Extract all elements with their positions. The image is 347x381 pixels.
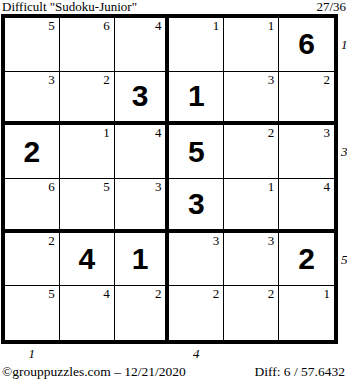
cell-r3c5[interactable]: 2 — [224, 125, 279, 179]
pencil-mark: 2 — [268, 126, 275, 139]
given-digit: 2 — [298, 244, 315, 274]
cell-r3c1[interactable]: 2 — [5, 125, 60, 179]
cells-remaining-counter: 27/36 — [316, 0, 346, 14]
given-digit: 5 — [188, 137, 205, 167]
cell-r1c1[interactable]: 5 — [5, 18, 60, 72]
cell-r4c1[interactable]: 6 — [5, 179, 60, 233]
pencil-mark: 2 — [323, 73, 330, 86]
cell-r2c2[interactable]: 2 — [60, 72, 115, 126]
cell-r3c4[interactable]: 5 — [169, 125, 224, 179]
cell-r6c2[interactable]: 4 — [60, 286, 115, 340]
pencil-mark: 6 — [103, 19, 110, 32]
cell-r5c1[interactable]: 2 — [5, 233, 60, 287]
pencil-mark: 1 — [268, 19, 275, 32]
pencil-mark: 2 — [268, 287, 275, 300]
pencil-mark: 5 — [103, 180, 110, 193]
cell-r4c4[interactable]: 3 — [169, 179, 224, 233]
given-digit: 1 — [132, 244, 149, 274]
pencil-mark: 2 — [155, 287, 162, 300]
given-digit: 3 — [132, 81, 149, 111]
cell-r2c6[interactable]: 2 — [279, 72, 334, 126]
given-digit: 2 — [24, 137, 41, 167]
pencil-mark: 2 — [213, 287, 220, 300]
pencil-mark: 3 — [155, 180, 162, 193]
pencil-mark: 3 — [213, 234, 220, 247]
cell-r5c6[interactable]: 2 — [279, 233, 334, 287]
cell-r5c5[interactable]: 3 — [224, 233, 279, 287]
given-digit: 1 — [188, 81, 205, 111]
cell-r2c1[interactable]: 3 — [5, 72, 60, 126]
pencil-mark: 4 — [323, 180, 330, 193]
pencil-mark: 4 — [155, 126, 162, 139]
given-digit: 6 — [298, 29, 315, 59]
cell-r6c4[interactable]: 2 — [169, 286, 224, 340]
cell-r3c2[interactable]: 1 — [60, 125, 115, 179]
cell-r6c1[interactable]: 5 — [5, 286, 60, 340]
cell-r5c3[interactable]: 1 — [115, 233, 170, 287]
col-label-1: 1 — [28, 347, 35, 360]
pencil-mark: 1 — [323, 287, 330, 300]
pencil-mark: 3 — [48, 73, 55, 86]
cell-r1c4[interactable]: 1 — [169, 18, 224, 72]
pencil-mark: 1 — [213, 19, 220, 32]
cell-r2c4[interactable]: 1 — [169, 72, 224, 126]
puzzle-title: Difficult "Sudoku-Junior" — [2, 0, 137, 14]
cell-r6c5[interactable]: 2 — [224, 286, 279, 340]
col-label-4: 4 — [193, 347, 200, 360]
given-digit: 4 — [78, 244, 95, 274]
pencil-mark: 2 — [48, 234, 55, 247]
row-label-3: 3 — [341, 145, 347, 158]
puzzle-page: Difficult "Sudoku-Junior" 27/36 56411632… — [0, 0, 347, 381]
pencil-mark: 2 — [103, 73, 110, 86]
cell-r6c6[interactable]: 1 — [279, 286, 334, 340]
cell-r6c3[interactable]: 2 — [115, 286, 170, 340]
pencil-mark: 6 — [48, 180, 55, 193]
pencil-mark: 3 — [323, 126, 330, 139]
given-digit: 3 — [188, 189, 205, 219]
cell-r3c3[interactable]: 4 — [115, 125, 170, 179]
cell-r4c2[interactable]: 5 — [60, 179, 115, 233]
row-label-5: 5 — [341, 253, 347, 266]
sudoku-board: 564116323132214523653314241332542221 — [1, 14, 338, 344]
cell-r1c3[interactable]: 4 — [115, 18, 170, 72]
cell-r4c3[interactable]: 3 — [115, 179, 170, 233]
cell-r2c5[interactable]: 3 — [224, 72, 279, 126]
pencil-mark: 5 — [48, 287, 55, 300]
cell-r2c3[interactable]: 3 — [115, 72, 170, 126]
pencil-mark: 1 — [103, 126, 110, 139]
cell-r5c2[interactable]: 4 — [60, 233, 115, 287]
cell-r1c2[interactable]: 6 — [60, 18, 115, 72]
cell-r1c6[interactable]: 6 — [279, 18, 334, 72]
cell-r4c6[interactable]: 4 — [279, 179, 334, 233]
cell-r4c5[interactable]: 1 — [224, 179, 279, 233]
pencil-mark: 4 — [155, 19, 162, 32]
pencil-mark: 5 — [48, 19, 55, 32]
cell-r1c5[interactable]: 1 — [224, 18, 279, 72]
cell-r3c6[interactable]: 3 — [279, 125, 334, 179]
cell-r5c4[interactable]: 3 — [169, 233, 224, 287]
pencil-mark: 1 — [268, 180, 275, 193]
difficulty-text: Diff: 6 / 57.6432 — [255, 365, 346, 379]
pencil-mark: 3 — [268, 234, 275, 247]
pencil-mark: 4 — [103, 287, 110, 300]
copyright-text: ©grouppuzzles.com – 12/21/2020 — [2, 365, 186, 379]
row-label-1: 1 — [341, 38, 347, 51]
pencil-mark: 3 — [268, 73, 275, 86]
